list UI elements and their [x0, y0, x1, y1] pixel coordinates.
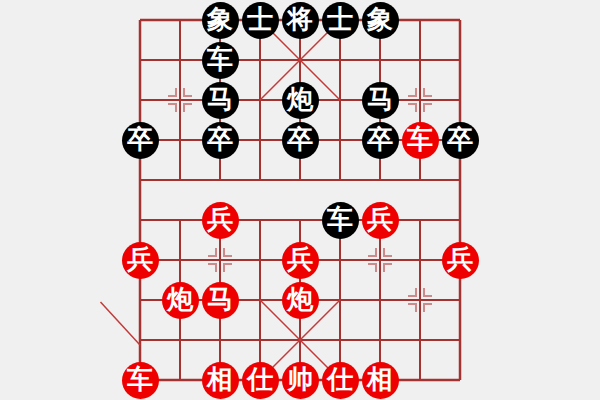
piece-red-pawn[interactable]: 兵	[362, 202, 399, 239]
piece-black-pawn[interactable]: 卒	[202, 122, 239, 159]
piece-red-advisor[interactable]: 仕	[322, 362, 359, 399]
piece-black-advisor[interactable]: 士	[242, 2, 279, 39]
piece-red-elephant[interactable]: 相	[202, 362, 239, 399]
piece-red-pawn[interactable]: 兵	[122, 242, 159, 279]
piece-black-horse[interactable]: 马	[202, 82, 239, 119]
piece-black-pawn[interactable]: 卒	[362, 122, 399, 159]
piece-red-pawn[interactable]: 兵	[282, 242, 319, 279]
piece-black-pawn[interactable]: 卒	[282, 122, 319, 159]
piece-black-pawn[interactable]: 卒	[442, 122, 479, 159]
piece-red-king[interactable]: 帅	[282, 362, 319, 399]
piece-black-horse[interactable]: 马	[362, 82, 399, 119]
piece-red-cannon[interactable]: 炮	[162, 282, 199, 319]
piece-black-cannon[interactable]: 炮	[282, 82, 319, 119]
piece-red-chariot[interactable]: 车	[122, 362, 159, 399]
piece-black-elephant[interactable]: 象	[362, 2, 399, 39]
piece-red-advisor[interactable]: 仕	[242, 362, 279, 399]
piece-black-elephant[interactable]: 象	[202, 2, 239, 39]
piece-red-chariot[interactable]: 车	[402, 122, 439, 159]
piece-black-chariot[interactable]: 车	[202, 42, 239, 79]
piece-red-cannon[interactable]: 炮	[282, 282, 319, 319]
piece-black-advisor[interactable]: 士	[322, 2, 359, 39]
piece-black-king[interactable]: 将	[282, 2, 319, 39]
xiangqi-board-screen: 象士将士象车马炮马卒卒卒卒车卒兵车兵兵兵兵炮马炮车相仕帅仕相	[0, 0, 600, 400]
piece-black-pawn[interactable]: 卒	[122, 122, 159, 159]
piece-red-horse[interactable]: 马	[202, 282, 239, 319]
piece-black-chariot[interactable]: 车	[322, 202, 359, 239]
piece-red-pawn[interactable]: 兵	[442, 242, 479, 279]
piece-red-elephant[interactable]: 相	[362, 362, 399, 399]
piece-red-pawn[interactable]: 兵	[202, 202, 239, 239]
board[interactable]: 象士将士象车马炮马卒卒卒卒车卒兵车兵兵兵兵炮马炮车相仕帅仕相	[120, 0, 480, 400]
